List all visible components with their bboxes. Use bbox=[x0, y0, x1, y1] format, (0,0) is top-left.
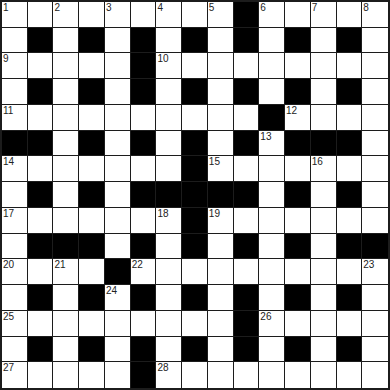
white-cell-r1c10[interactable] bbox=[259, 28, 285, 54]
white-cell-r3c14[interactable] bbox=[362, 79, 388, 105]
black-cell-r11c1 bbox=[28, 285, 54, 311]
white-cell-r13c8[interactable] bbox=[208, 337, 234, 363]
black-cell-r3c5 bbox=[131, 79, 157, 105]
black-cell-r7c3 bbox=[79, 182, 105, 208]
white-cell-r2c11[interactable] bbox=[285, 53, 311, 79]
clue-number: 22 bbox=[132, 259, 143, 271]
white-cell-r6c6[interactable] bbox=[156, 156, 182, 182]
black-cell-r1c11 bbox=[285, 28, 311, 54]
white-cell-r11c14[interactable] bbox=[362, 285, 388, 311]
black-cell-r11c3 bbox=[79, 285, 105, 311]
white-cell-r2c7[interactable] bbox=[182, 53, 208, 79]
white-cell-r8c4[interactable] bbox=[105, 208, 131, 234]
white-cell-r6c4[interactable] bbox=[105, 156, 131, 182]
white-cell-r8c0[interactable]: 17 bbox=[2, 208, 28, 234]
black-cell-r9c9 bbox=[234, 234, 260, 260]
white-cell-r12c11[interactable] bbox=[285, 311, 311, 337]
white-cell-r8c10[interactable] bbox=[259, 208, 285, 234]
white-cell-r2c8[interactable] bbox=[208, 53, 234, 79]
black-cell-r9c7 bbox=[182, 234, 208, 260]
black-cell-r4c10 bbox=[259, 105, 285, 131]
white-cell-r8c13[interactable] bbox=[337, 208, 363, 234]
white-cell-r14c0[interactable]: 27 bbox=[2, 362, 28, 388]
white-cell-r9c6[interactable] bbox=[156, 234, 182, 260]
white-cell-r7c12[interactable] bbox=[311, 182, 337, 208]
white-cell-r2c6[interactable]: 10 bbox=[156, 53, 182, 79]
white-cell-r3c4[interactable] bbox=[105, 79, 131, 105]
white-cell-r4c8[interactable] bbox=[208, 105, 234, 131]
black-cell-r7c1 bbox=[28, 182, 54, 208]
white-cell-r14c12[interactable] bbox=[311, 362, 337, 388]
black-cell-r1c7 bbox=[182, 28, 208, 54]
clue-number: 6 bbox=[260, 2, 266, 14]
clue-number: 26 bbox=[260, 311, 271, 323]
white-cell-r12c3[interactable] bbox=[79, 311, 105, 337]
white-cell-r6c5[interactable] bbox=[131, 156, 157, 182]
black-cell-r9c1 bbox=[28, 234, 54, 260]
white-cell-r10c3[interactable] bbox=[79, 259, 105, 285]
white-cell-r12c14[interactable] bbox=[362, 311, 388, 337]
black-cell-r12c9 bbox=[234, 311, 260, 337]
white-cell-r4c2[interactable] bbox=[53, 105, 79, 131]
white-cell-r1c2[interactable] bbox=[53, 28, 79, 54]
white-cell-r0c7[interactable] bbox=[182, 2, 208, 28]
white-cell-r6c14[interactable] bbox=[362, 156, 388, 182]
white-cell-r12c12[interactable] bbox=[311, 311, 337, 337]
white-cell-r6c1[interactable] bbox=[28, 156, 54, 182]
black-cell-r11c13 bbox=[337, 285, 363, 311]
white-cell-r2c13[interactable] bbox=[337, 53, 363, 79]
white-cell-r8c8[interactable]: 19 bbox=[208, 208, 234, 234]
black-cell-r9c5 bbox=[131, 234, 157, 260]
white-cell-r6c3[interactable] bbox=[79, 156, 105, 182]
white-cell-r7c10[interactable] bbox=[259, 182, 285, 208]
black-cell-r9c2 bbox=[53, 234, 79, 260]
white-cell-r7c14[interactable] bbox=[362, 182, 388, 208]
black-cell-r11c5 bbox=[131, 285, 157, 311]
white-cell-r11c10[interactable] bbox=[259, 285, 285, 311]
white-cell-r6c12[interactable]: 16 bbox=[311, 156, 337, 182]
white-cell-r10c2[interactable]: 21 bbox=[53, 259, 79, 285]
white-cell-r4c3[interactable] bbox=[79, 105, 105, 131]
white-cell-r14c8[interactable] bbox=[208, 362, 234, 388]
white-cell-r10c0[interactable]: 20 bbox=[2, 259, 28, 285]
white-cell-r8c1[interactable] bbox=[28, 208, 54, 234]
white-cell-r2c14[interactable] bbox=[362, 53, 388, 79]
black-cell-r7c8 bbox=[208, 182, 234, 208]
white-cell-r1c0[interactable] bbox=[2, 28, 28, 54]
white-cell-r11c6[interactable] bbox=[156, 285, 182, 311]
white-cell-r6c11[interactable] bbox=[285, 156, 311, 182]
white-cell-r8c6[interactable]: 18 bbox=[156, 208, 182, 234]
white-cell-r9c8[interactable] bbox=[208, 234, 234, 260]
white-cell-r13c14[interactable] bbox=[362, 337, 388, 363]
black-cell-r9c3 bbox=[79, 234, 105, 260]
clue-number: 5 bbox=[209, 2, 215, 14]
black-cell-r9c11 bbox=[285, 234, 311, 260]
clue-number: 3 bbox=[106, 2, 112, 14]
white-cell-r1c6[interactable] bbox=[156, 28, 182, 54]
black-cell-r6c7 bbox=[182, 156, 208, 182]
white-cell-r14c7[interactable] bbox=[182, 362, 208, 388]
white-cell-r12c4[interactable] bbox=[105, 311, 131, 337]
white-cell-r12c10[interactable]: 26 bbox=[259, 311, 285, 337]
white-cell-r4c9[interactable] bbox=[234, 105, 260, 131]
white-cell-r10c1[interactable] bbox=[28, 259, 54, 285]
white-cell-r12c6[interactable] bbox=[156, 311, 182, 337]
black-cell-r5c1 bbox=[28, 131, 54, 157]
white-cell-r11c4[interactable]: 24 bbox=[105, 285, 131, 311]
white-cell-r12c1[interactable] bbox=[28, 311, 54, 337]
black-cell-r3c1 bbox=[28, 79, 54, 105]
white-cell-r2c0[interactable]: 9 bbox=[2, 53, 28, 79]
white-cell-r6c9[interactable] bbox=[234, 156, 260, 182]
black-cell-r5c7 bbox=[182, 131, 208, 157]
white-cell-r2c10[interactable] bbox=[259, 53, 285, 79]
white-cell-r14c3[interactable] bbox=[79, 362, 105, 388]
clue-number: 11 bbox=[3, 105, 13, 117]
black-cell-r13c11 bbox=[285, 337, 311, 363]
white-cell-r7c2[interactable] bbox=[53, 182, 79, 208]
white-cell-r8c5[interactable] bbox=[131, 208, 157, 234]
clue-number: 24 bbox=[106, 285, 117, 297]
black-cell-r13c5 bbox=[131, 337, 157, 363]
black-cell-r13c9 bbox=[234, 337, 260, 363]
clue-number: 18 bbox=[157, 208, 168, 220]
white-cell-r13c10[interactable] bbox=[259, 337, 285, 363]
black-cell-r13c7 bbox=[182, 337, 208, 363]
white-cell-r1c4[interactable] bbox=[105, 28, 131, 54]
clue-number: 25 bbox=[3, 311, 14, 323]
black-cell-r0c9 bbox=[234, 2, 260, 28]
white-cell-r2c2[interactable] bbox=[53, 53, 79, 79]
white-cell-r11c0[interactable] bbox=[2, 285, 28, 311]
black-cell-r5c0 bbox=[2, 131, 28, 157]
white-cell-r3c6[interactable] bbox=[156, 79, 182, 105]
white-cell-r6c10[interactable] bbox=[259, 156, 285, 182]
white-cell-r8c12[interactable] bbox=[311, 208, 337, 234]
white-cell-r8c2[interactable] bbox=[53, 208, 79, 234]
white-cell-r14c9[interactable] bbox=[234, 362, 260, 388]
black-cell-r8c7 bbox=[182, 208, 208, 234]
white-cell-r13c2[interactable] bbox=[53, 337, 79, 363]
white-cell-r10c7[interactable] bbox=[182, 259, 208, 285]
white-cell-r3c8[interactable] bbox=[208, 79, 234, 105]
white-cell-r10c14[interactable]: 23 bbox=[362, 259, 388, 285]
white-cell-r14c14[interactable] bbox=[362, 362, 388, 388]
black-cell-r7c6 bbox=[156, 182, 182, 208]
white-cell-r8c9[interactable] bbox=[234, 208, 260, 234]
white-cell-r0c8[interactable]: 5 bbox=[208, 2, 234, 28]
white-cell-r8c14[interactable] bbox=[362, 208, 388, 234]
white-cell-r5c2[interactable] bbox=[53, 131, 79, 157]
white-cell-r1c12[interactable] bbox=[311, 28, 337, 54]
black-cell-r7c7 bbox=[182, 182, 208, 208]
white-cell-r4c1[interactable] bbox=[28, 105, 54, 131]
black-cell-r1c9 bbox=[234, 28, 260, 54]
white-cell-r1c8[interactable] bbox=[208, 28, 234, 54]
clue-number: 14 bbox=[3, 156, 14, 168]
white-cell-r3c10[interactable] bbox=[259, 79, 285, 105]
clue-number: 21 bbox=[54, 259, 65, 271]
black-cell-r1c5 bbox=[131, 28, 157, 54]
black-cell-r7c11 bbox=[285, 182, 311, 208]
black-cell-r10c4 bbox=[105, 259, 131, 285]
white-cell-r0c1[interactable] bbox=[28, 2, 54, 28]
clue-number: 9 bbox=[3, 53, 9, 65]
white-cell-r10c13[interactable] bbox=[337, 259, 363, 285]
white-cell-r3c0[interactable] bbox=[2, 79, 28, 105]
white-cell-r4c4[interactable] bbox=[105, 105, 131, 131]
white-cell-r6c13[interactable] bbox=[337, 156, 363, 182]
white-cell-r0c4[interactable]: 3 bbox=[105, 2, 131, 28]
white-cell-r8c3[interactable] bbox=[79, 208, 105, 234]
white-cell-r5c10[interactable]: 13 bbox=[259, 131, 285, 157]
white-cell-r11c8[interactable] bbox=[208, 285, 234, 311]
black-cell-r13c3 bbox=[79, 337, 105, 363]
black-cell-r9c14 bbox=[362, 234, 388, 260]
white-cell-r14c2[interactable] bbox=[53, 362, 79, 388]
white-cell-r11c12[interactable] bbox=[311, 285, 337, 311]
white-cell-r10c9[interactable] bbox=[234, 259, 260, 285]
white-cell-r4c0[interactable]: 11 bbox=[2, 105, 28, 131]
black-cell-r3c13 bbox=[337, 79, 363, 105]
white-cell-r2c1[interactable] bbox=[28, 53, 54, 79]
white-cell-r12c2[interactable] bbox=[53, 311, 79, 337]
white-cell-r3c12[interactable] bbox=[311, 79, 337, 105]
black-cell-r1c3 bbox=[79, 28, 105, 54]
white-cell-r5c6[interactable] bbox=[156, 131, 182, 157]
white-cell-r4c12[interactable] bbox=[311, 105, 337, 131]
clue-number: 16 bbox=[312, 156, 323, 168]
black-cell-r3c3 bbox=[79, 79, 105, 105]
white-cell-r0c2[interactable]: 2 bbox=[53, 2, 79, 28]
black-cell-r9c13 bbox=[337, 234, 363, 260]
black-cell-r7c9 bbox=[234, 182, 260, 208]
clue-number: 1 bbox=[3, 2, 9, 14]
clue-number: 28 bbox=[157, 362, 168, 374]
black-cell-r5c13 bbox=[337, 131, 363, 157]
white-cell-r9c10[interactable] bbox=[259, 234, 285, 260]
white-cell-r13c4[interactable] bbox=[105, 337, 131, 363]
black-cell-r3c7 bbox=[182, 79, 208, 105]
black-cell-r5c5 bbox=[131, 131, 157, 157]
black-cell-r5c12 bbox=[311, 131, 337, 157]
black-cell-r3c9 bbox=[234, 79, 260, 105]
black-cell-r11c9 bbox=[234, 285, 260, 311]
white-cell-r1c14[interactable] bbox=[362, 28, 388, 54]
clue-number: 20 bbox=[3, 259, 14, 271]
white-cell-r8c11[interactable] bbox=[285, 208, 311, 234]
white-cell-r7c4[interactable] bbox=[105, 182, 131, 208]
black-cell-r11c11 bbox=[285, 285, 311, 311]
white-cell-r12c8[interactable] bbox=[208, 311, 234, 337]
black-cell-r2c5 bbox=[131, 53, 157, 79]
clue-number: 15 bbox=[209, 156, 220, 168]
clue-number: 23 bbox=[363, 259, 374, 271]
white-cell-r0c12[interactable]: 7 bbox=[311, 2, 337, 28]
white-cell-r0c14[interactable]: 8 bbox=[362, 2, 388, 28]
black-cell-r7c5 bbox=[131, 182, 157, 208]
white-cell-r0c11[interactable] bbox=[285, 2, 311, 28]
clue-number: 8 bbox=[363, 2, 369, 14]
black-cell-r5c9 bbox=[234, 131, 260, 157]
white-cell-r12c5[interactable] bbox=[131, 311, 157, 337]
white-cell-r3c2[interactable] bbox=[53, 79, 79, 105]
clue-number: 13 bbox=[260, 131, 271, 143]
white-cell-r10c5[interactable]: 22 bbox=[131, 259, 157, 285]
clue-number: 7 bbox=[312, 2, 318, 14]
white-cell-r14c10[interactable] bbox=[259, 362, 285, 388]
white-cell-r0c13[interactable] bbox=[337, 2, 363, 28]
black-cell-r5c11 bbox=[285, 131, 311, 157]
white-cell-r14c4[interactable] bbox=[105, 362, 131, 388]
white-cell-r0c5[interactable] bbox=[131, 2, 157, 28]
clue-number: 12 bbox=[286, 105, 297, 117]
white-cell-r14c1[interactable] bbox=[28, 362, 54, 388]
white-cell-r4c11[interactable]: 12 bbox=[285, 105, 311, 131]
clue-number: 27 bbox=[3, 362, 14, 374]
white-cell-r13c12[interactable] bbox=[311, 337, 337, 363]
white-cell-r5c8[interactable] bbox=[208, 131, 234, 157]
white-cell-r5c14[interactable] bbox=[362, 131, 388, 157]
white-cell-r6c8[interactable]: 15 bbox=[208, 156, 234, 182]
white-cell-r2c4[interactable] bbox=[105, 53, 131, 79]
white-cell-r0c6[interactable]: 4 bbox=[156, 2, 182, 28]
white-cell-r6c0[interactable]: 14 bbox=[2, 156, 28, 182]
black-cell-r11c7 bbox=[182, 285, 208, 311]
black-cell-r14c5 bbox=[131, 362, 157, 388]
white-cell-r10c11[interactable] bbox=[285, 259, 311, 285]
white-cell-r4c5[interactable] bbox=[131, 105, 157, 131]
white-cell-r12c7[interactable] bbox=[182, 311, 208, 337]
white-cell-r6c2[interactable] bbox=[53, 156, 79, 182]
black-cell-r1c13 bbox=[337, 28, 363, 54]
black-cell-r3c11 bbox=[285, 79, 311, 105]
clue-number: 10 bbox=[157, 53, 168, 65]
white-cell-r12c13[interactable] bbox=[337, 311, 363, 337]
clue-number: 19 bbox=[209, 208, 220, 220]
white-cell-r13c0[interactable] bbox=[2, 337, 28, 363]
white-cell-r10c12[interactable] bbox=[311, 259, 337, 285]
black-cell-r1c1 bbox=[28, 28, 54, 54]
white-cell-r4c7[interactable] bbox=[182, 105, 208, 131]
white-cell-r10c10[interactable] bbox=[259, 259, 285, 285]
white-cell-r10c8[interactable] bbox=[208, 259, 234, 285]
white-cell-r4c6[interactable] bbox=[156, 105, 182, 131]
white-cell-r2c9[interactable] bbox=[234, 53, 260, 79]
white-cell-r13c6[interactable] bbox=[156, 337, 182, 363]
white-cell-r2c3[interactable] bbox=[79, 53, 105, 79]
white-cell-r2c12[interactable] bbox=[311, 53, 337, 79]
clue-number: 4 bbox=[157, 2, 163, 14]
white-cell-r9c4[interactable] bbox=[105, 234, 131, 260]
black-cell-r7c13 bbox=[337, 182, 363, 208]
white-cell-r0c0[interactable]: 1 bbox=[2, 2, 28, 28]
white-cell-r9c0[interactable] bbox=[2, 234, 28, 260]
white-cell-r11c2[interactable] bbox=[53, 285, 79, 311]
white-cell-r0c10[interactable]: 6 bbox=[259, 2, 285, 28]
white-cell-r4c14[interactable] bbox=[362, 105, 388, 131]
white-cell-r4c13[interactable] bbox=[337, 105, 363, 131]
white-cell-r0c3[interactable] bbox=[79, 2, 105, 28]
black-cell-r13c13 bbox=[337, 337, 363, 363]
black-cell-r5c3 bbox=[79, 131, 105, 157]
white-cell-r5c4[interactable] bbox=[105, 131, 131, 157]
white-cell-r14c11[interactable] bbox=[285, 362, 311, 388]
white-cell-r9c12[interactable] bbox=[311, 234, 337, 260]
white-cell-r14c6[interactable]: 28 bbox=[156, 362, 182, 388]
black-cell-r13c1 bbox=[28, 337, 54, 363]
clue-number: 17 bbox=[3, 208, 14, 220]
clue-number: 2 bbox=[54, 2, 60, 14]
crossword-board: 1234567891011121314151617181920212223242… bbox=[0, 0, 390, 390]
white-cell-r7c0[interactable] bbox=[2, 182, 28, 208]
white-cell-r12c0[interactable]: 25 bbox=[2, 311, 28, 337]
white-cell-r10c6[interactable] bbox=[156, 259, 182, 285]
white-cell-r14c13[interactable] bbox=[337, 362, 363, 388]
